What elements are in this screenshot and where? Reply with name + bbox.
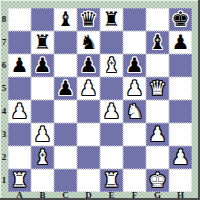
piece-white-bishop: ♝ — [103, 55, 121, 76]
rank-label-7: 7 — [0, 31, 8, 54]
piece-black-rook: ♜ — [103, 9, 121, 30]
square-a5[interactable] — [8, 77, 31, 100]
square-b7[interactable]: ♜ — [31, 31, 54, 54]
rank-label-2: 2 — [0, 146, 8, 169]
piece-black-pawn: ♟ — [34, 55, 52, 76]
square-d6[interactable]: ♟ — [77, 54, 100, 77]
square-a8[interactable] — [8, 8, 31, 31]
square-g6[interactable] — [146, 54, 169, 77]
file-label-d: D — [77, 191, 100, 200]
square-h2[interactable]: ♟ — [169, 146, 192, 169]
piece-black-king: ♚ — [172, 9, 190, 30]
square-a6[interactable]: ♟ — [8, 54, 31, 77]
square-f2[interactable] — [123, 146, 146, 169]
square-a2[interactable] — [8, 146, 31, 169]
piece-white-pawn: ♟ — [34, 124, 52, 145]
square-d2[interactable] — [77, 146, 100, 169]
piece-white-pawn: ♟ — [149, 124, 167, 145]
piece-black-queen: ♛ — [80, 9, 98, 30]
square-e2[interactable] — [100, 146, 123, 169]
piece-white-king: ♚ — [149, 170, 167, 191]
square-d1[interactable] — [77, 169, 100, 192]
file-label-f: F — [123, 191, 146, 200]
square-c4[interactable] — [54, 100, 77, 123]
piece-black-pawn: ♟ — [172, 32, 190, 53]
square-e4[interactable]: ♟ — [100, 100, 123, 123]
square-f8[interactable] — [123, 8, 146, 31]
piece-black-pawn: ♟ — [57, 78, 75, 99]
piece-black-pawn: ♟ — [80, 55, 98, 76]
square-f4[interactable]: ♞ — [123, 100, 146, 123]
square-g8[interactable] — [146, 8, 169, 31]
piece-black-knight: ♞ — [80, 32, 98, 53]
square-g7[interactable]: ♝ — [146, 31, 169, 54]
square-d3[interactable] — [77, 123, 100, 146]
square-g3[interactable]: ♟ — [146, 123, 169, 146]
piece-white-pawn: ♟ — [103, 101, 121, 122]
file-label-e: E — [100, 191, 123, 200]
rank-label-8: 8 — [0, 8, 8, 31]
square-h4[interactable] — [169, 100, 192, 123]
square-b1[interactable] — [31, 169, 54, 192]
square-a4[interactable]: ♟ — [8, 100, 31, 123]
square-e8[interactable]: ♜ — [100, 8, 123, 31]
file-label-a: A — [8, 191, 31, 200]
piece-black-bishop: ♝ — [149, 32, 167, 53]
square-b2[interactable]: ♝ — [31, 146, 54, 169]
rank-label-3: 3 — [0, 123, 8, 146]
square-c6[interactable] — [54, 54, 77, 77]
square-c7[interactable] — [54, 31, 77, 54]
square-c5[interactable]: ♟ — [54, 77, 77, 100]
square-d4[interactable] — [77, 100, 100, 123]
square-d5[interactable]: ♟ — [77, 77, 100, 100]
square-f3[interactable] — [123, 123, 146, 146]
square-c2[interactable] — [54, 146, 77, 169]
piece-white-knight: ♞ — [126, 101, 144, 122]
rank-label-5: 5 — [0, 77, 8, 100]
square-g2[interactable] — [146, 146, 169, 169]
square-b5[interactable] — [31, 77, 54, 100]
square-b3[interactable]: ♟ — [31, 123, 54, 146]
piece-black-pawn: ♟ — [126, 55, 144, 76]
piece-white-rook: ♜ — [103, 170, 121, 191]
square-c3[interactable] — [54, 123, 77, 146]
square-h8[interactable]: ♚ — [169, 8, 192, 31]
square-b6[interactable]: ♟ — [31, 54, 54, 77]
square-e3[interactable] — [100, 123, 123, 146]
chess-board-frame: ♝♛♜♚♜♞♝♟♟♟♟♝♟♟♟♟♛♟♟♞♟♟♝♟♜♜♚ 87654321 ABC… — [0, 0, 200, 200]
square-h5[interactable] — [169, 77, 192, 100]
square-e1[interactable]: ♜ — [100, 169, 123, 192]
square-e7[interactable] — [100, 31, 123, 54]
square-f6[interactable]: ♟ — [123, 54, 146, 77]
square-d7[interactable]: ♞ — [77, 31, 100, 54]
square-b8[interactable] — [31, 8, 54, 31]
square-g5[interactable]: ♛ — [146, 77, 169, 100]
piece-white-pawn: ♟ — [80, 78, 98, 99]
file-label-c: C — [54, 191, 77, 200]
piece-white-rook: ♜ — [11, 170, 29, 191]
square-e6[interactable]: ♝ — [100, 54, 123, 77]
square-c1[interactable] — [54, 169, 77, 192]
square-f1[interactable] — [123, 169, 146, 192]
piece-white-bishop: ♝ — [34, 147, 52, 168]
rank-label-1: 1 — [0, 169, 8, 192]
file-label-g: G — [146, 191, 169, 200]
square-h1[interactable] — [169, 169, 192, 192]
file-label-b: B — [31, 191, 54, 200]
piece-white-pawn: ♟ — [172, 147, 190, 168]
square-f7[interactable] — [123, 31, 146, 54]
square-b4[interactable] — [31, 100, 54, 123]
square-d8[interactable]: ♛ — [77, 8, 100, 31]
piece-white-pawn: ♟ — [126, 78, 144, 99]
rank-label-6: 6 — [0, 54, 8, 77]
square-c8[interactable]: ♝ — [54, 8, 77, 31]
piece-black-rook: ♜ — [34, 32, 52, 53]
file-label-h: H — [169, 191, 192, 200]
square-g1[interactable]: ♚ — [146, 169, 169, 192]
square-a3[interactable] — [8, 123, 31, 146]
square-g4[interactable] — [146, 100, 169, 123]
chess-board: ♝♛♜♚♜♞♝♟♟♟♟♝♟♟♟♟♛♟♟♞♟♟♝♟♜♜♚ — [8, 8, 192, 192]
piece-black-bishop: ♝ — [57, 9, 75, 30]
piece-white-pawn: ♟ — [11, 101, 29, 122]
square-h6[interactable] — [169, 54, 192, 77]
square-a7[interactable] — [8, 31, 31, 54]
square-e5[interactable] — [100, 77, 123, 100]
piece-white-queen: ♛ — [149, 78, 167, 99]
square-h7[interactable]: ♟ — [169, 31, 192, 54]
piece-black-pawn: ♟ — [11, 55, 29, 76]
square-h3[interactable] — [169, 123, 192, 146]
square-a1[interactable]: ♜ — [8, 169, 31, 192]
square-f5[interactable]: ♟ — [123, 77, 146, 100]
rank-label-4: 4 — [0, 100, 8, 123]
